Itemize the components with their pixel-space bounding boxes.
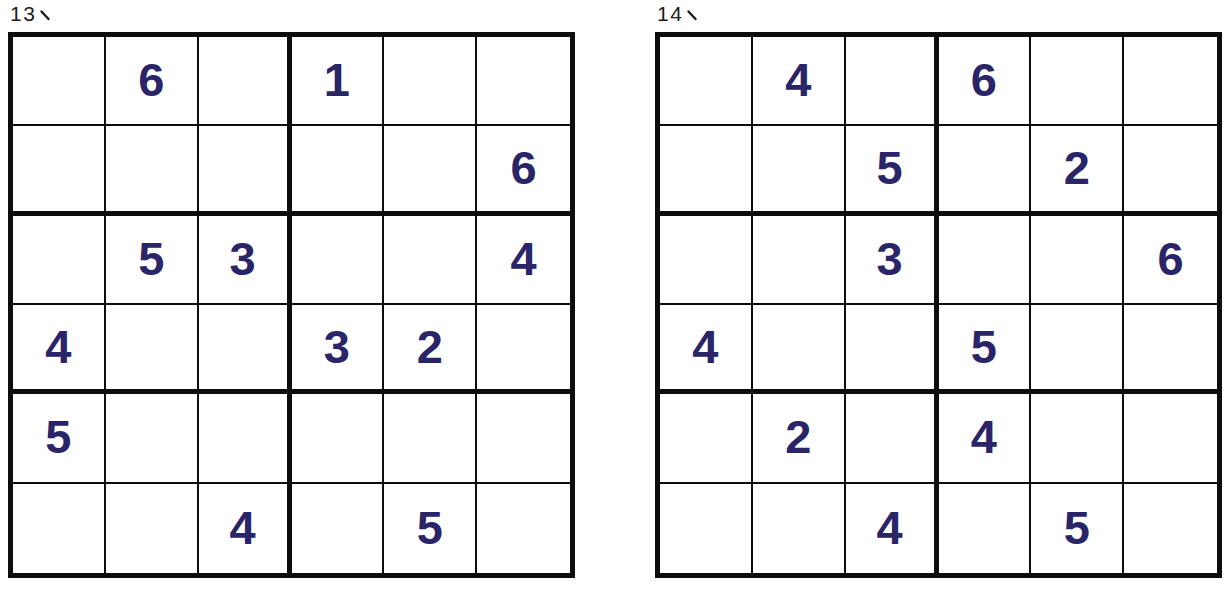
puzzle-13-cell-r2c2[interactable] — [106, 126, 199, 215]
puzzle-14-cell-r4c5[interactable] — [1031, 305, 1124, 394]
puzzle-14-cell-r5c6[interactable] — [1124, 394, 1217, 483]
puzzle-13-cell-r3c1[interactable] — [13, 216, 106, 305]
puzzle-14-cell-r3c5[interactable] — [1031, 216, 1124, 305]
puzzle-13-cell-r1c1[interactable] — [13, 37, 106, 126]
puzzle-14-cell-r3c2[interactable] — [753, 216, 846, 305]
sudoku-grid-13: 616534432545 — [8, 32, 575, 578]
puzzle-14-cell-r2c6[interactable] — [1124, 126, 1217, 215]
puzzle-13-cell-r6c6[interactable] — [477, 484, 570, 573]
puzzle-13-cell-r2c5[interactable] — [384, 126, 477, 215]
puzzle-13-cell-r1c2[interactable]: 6 — [106, 37, 199, 126]
puzzle-14-cell-r1c5[interactable] — [1031, 37, 1124, 126]
puzzle-13-cell-r4c4[interactable]: 3 — [292, 305, 385, 394]
puzzle-13-cell-r2c1[interactable] — [13, 126, 106, 215]
puzzle-13-cell-r2c6[interactable]: 6 — [477, 126, 570, 215]
puzzle-14-cell-r4c3[interactable] — [846, 305, 939, 394]
puzzle-13-cell-r3c5[interactable] — [384, 216, 477, 305]
puzzle-14-cell-r4c4[interactable]: 5 — [939, 305, 1032, 394]
puzzle-14-cell-r3c1[interactable] — [660, 216, 753, 305]
puzzle-14-cell-r3c6[interactable]: 6 — [1124, 216, 1217, 305]
puzzle-13-cell-r3c4[interactable] — [292, 216, 385, 305]
puzzle-14-cell-r6c5[interactable]: 5 — [1031, 484, 1124, 573]
puzzle-14-cell-r2c3[interactable]: 5 — [846, 126, 939, 215]
puzzle-13-cell-r3c6[interactable]: 4 — [477, 216, 570, 305]
puzzle-13-cell-r2c4[interactable] — [292, 126, 385, 215]
puzzle-14-cell-r5c5[interactable] — [1031, 394, 1124, 483]
puzzle-14-cell-r6c3[interactable]: 4 — [846, 484, 939, 573]
puzzle-14-cell-r1c4[interactable]: 6 — [939, 37, 1032, 126]
puzzle-14-cell-r2c2[interactable] — [753, 126, 846, 215]
puzzle-14-label: 14 — [655, 2, 1222, 32]
puzzle-13-cell-r6c2[interactable] — [106, 484, 199, 573]
sudoku-grid-14: 465236452445 — [655, 32, 1222, 578]
puzzle-14-cell-r2c5[interactable]: 2 — [1031, 126, 1124, 215]
puzzle-14-cell-r2c4[interactable] — [939, 126, 1032, 215]
puzzle-13-cell-r1c3[interactable] — [199, 37, 292, 126]
puzzle-14-cell-r2c1[interactable] — [660, 126, 753, 215]
puzzle-13-cell-r5c5[interactable] — [384, 394, 477, 483]
puzzle-13-cell-r1c5[interactable] — [384, 37, 477, 126]
puzzle-13-cell-r5c1[interactable]: 5 — [13, 394, 106, 483]
puzzle-14-cell-r1c3[interactable] — [846, 37, 939, 126]
puzzle-13-cell-r4c2[interactable] — [106, 305, 199, 394]
ideographic-comma-icon — [38, 9, 52, 23]
puzzle-13-cell-r5c3[interactable] — [199, 394, 292, 483]
puzzle-14: 14 465236452445 — [655, 2, 1222, 578]
puzzle-14-cell-r6c6[interactable] — [1124, 484, 1217, 573]
puzzle-13-label: 13 — [8, 2, 575, 32]
puzzle-14-number: 14 — [657, 2, 683, 26]
puzzle-14-cell-r6c4[interactable] — [939, 484, 1032, 573]
puzzle-13-cell-r4c5[interactable]: 2 — [384, 305, 477, 394]
puzzle-13-cell-r4c1[interactable]: 4 — [13, 305, 106, 394]
puzzle-13: 13 616534432545 — [8, 2, 575, 578]
puzzle-14-cell-r3c3[interactable]: 3 — [846, 216, 939, 305]
puzzle-14-cell-r5c1[interactable] — [660, 394, 753, 483]
puzzle-13-cell-r5c6[interactable] — [477, 394, 570, 483]
puzzle-13-cell-r6c5[interactable]: 5 — [384, 484, 477, 573]
puzzle-14-cell-r4c6[interactable] — [1124, 305, 1217, 394]
puzzle-14-cell-r1c2[interactable]: 4 — [753, 37, 846, 126]
puzzle-13-cell-r4c3[interactable] — [199, 305, 292, 394]
puzzle-14-cell-r1c6[interactable] — [1124, 37, 1217, 126]
puzzle-13-cell-r1c6[interactable] — [477, 37, 570, 126]
puzzle-14-cell-r6c2[interactable] — [753, 484, 846, 573]
puzzle-13-cell-r6c1[interactable] — [13, 484, 106, 573]
puzzle-13-number: 13 — [10, 2, 36, 26]
puzzle-13-cell-r5c2[interactable] — [106, 394, 199, 483]
puzzle-14-cell-r5c2[interactable]: 2 — [753, 394, 846, 483]
puzzle-13-cell-r1c4[interactable]: 1 — [292, 37, 385, 126]
puzzle-14-cell-r5c4[interactable]: 4 — [939, 394, 1032, 483]
puzzle-14-cell-r4c1[interactable]: 4 — [660, 305, 753, 394]
puzzle-14-cell-r4c2[interactable] — [753, 305, 846, 394]
puzzle-13-cell-r5c4[interactable] — [292, 394, 385, 483]
puzzle-13-cell-r6c4[interactable] — [292, 484, 385, 573]
puzzle-13-cell-r3c2[interactable]: 5 — [106, 216, 199, 305]
puzzle-worksheet-page: 13 616534432545 14 465236452445 — [0, 0, 1229, 594]
puzzle-14-cell-r3c4[interactable] — [939, 216, 1032, 305]
ideographic-comma-icon — [685, 9, 699, 23]
puzzle-13-cell-r2c3[interactable] — [199, 126, 292, 215]
puzzle-14-cell-r1c1[interactable] — [660, 37, 753, 126]
puzzle-13-cell-r4c6[interactable] — [477, 305, 570, 394]
puzzle-13-cell-r3c3[interactable]: 3 — [199, 216, 292, 305]
puzzle-14-cell-r5c3[interactable] — [846, 394, 939, 483]
puzzle-13-cell-r6c3[interactable]: 4 — [199, 484, 292, 573]
puzzle-14-cell-r6c1[interactable] — [660, 484, 753, 573]
